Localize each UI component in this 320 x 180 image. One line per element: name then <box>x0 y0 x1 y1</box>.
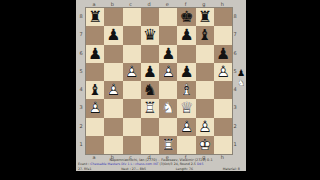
square-f8: ♚ <box>177 8 195 26</box>
file-label-g: g <box>195 1 213 7</box>
file-label-f: f <box>176 1 194 7</box>
black-player-name: Fedoseev, Vladimir (2720) <box>161 158 206 162</box>
rank-label-8: 8 <box>78 7 84 25</box>
square-d4: ♞ <box>141 81 159 99</box>
next-move: Next : 27... Bb5 <box>121 167 146 171</box>
square-b5 <box>104 63 122 81</box>
white-queen: ♕ <box>177 99 195 117</box>
square-h8 <box>214 8 232 26</box>
square-d6 <box>141 45 159 63</box>
square-e6: ♟ <box>159 45 177 63</box>
square-c8 <box>123 8 141 26</box>
chess-board: ♜♚♜♟♛♟♝♟♟♟♟♙♟♟♙♟♟♙♝♟♙♞♝♗♟♙♜♖♞♘♛♕♟♙♟♙♜♖♚♔ <box>85 7 233 155</box>
black-knight: ♞ <box>141 81 159 99</box>
square-a6: ♟ <box>86 45 104 63</box>
square-f4: ♝♗ <box>177 81 195 99</box>
square-d8 <box>141 8 159 26</box>
square-h5: ♟♙ <box>214 63 232 81</box>
square-h7 <box>214 26 232 44</box>
event-date: (3)Oct/3 24, Round 2.5 <box>158 162 196 166</box>
white-pawn: ♙ <box>177 118 195 136</box>
black-pawn: ♟ <box>104 26 122 44</box>
square-c4 <box>123 81 141 99</box>
square-f2: ♟♙ <box>177 118 195 136</box>
game-result: 0-1 <box>206 158 213 162</box>
material-tray: ♟♞♘ <box>235 68 247 88</box>
square-g4 <box>196 81 214 99</box>
square-f6 <box>177 45 195 63</box>
square-f3: ♛♕ <box>177 99 195 117</box>
material-balance: Material: B <box>223 167 240 171</box>
rank-label-3: 3 <box>78 98 84 116</box>
square-h6: ♟ <box>214 45 232 63</box>
white-rook: ♖ <box>159 136 177 154</box>
black-pawn: ♟ <box>141 63 159 81</box>
eco-code: D45 <box>197 162 204 166</box>
square-e3: ♞♘ <box>159 99 177 117</box>
square-e7 <box>159 26 177 44</box>
square-e2 <box>159 118 177 136</box>
square-b6 <box>104 45 122 63</box>
square-b7: ♟ <box>104 26 122 44</box>
file-label-a: a <box>85 1 103 7</box>
white-knight: ♘ <box>159 99 177 117</box>
square-d1 <box>141 136 159 154</box>
white-player-name: Nepomniachtchi, Ian (2770) <box>109 158 156 162</box>
event-link: Chessable Masters Div 1 L : chess.com IN… <box>90 162 158 166</box>
square-f7: ♟ <box>177 26 195 44</box>
black-rook: ♜ <box>196 8 214 26</box>
white-knight-icon: ♞♘ <box>236 78 246 88</box>
black-pawn-icon: ♟ <box>236 68 246 78</box>
square-c2 <box>123 118 141 136</box>
square-b8 <box>104 8 122 26</box>
players-line: Nepomniachtchi, Ian (2770) -- Fedoseev, … <box>76 158 246 162</box>
rank-labels-left: 87654321 <box>78 7 84 153</box>
square-a1 <box>86 136 104 154</box>
file-label-h: h <box>213 1 231 7</box>
square-g7: ♝ <box>196 26 214 44</box>
square-a8: ♜ <box>86 8 104 26</box>
black-pawn: ♟ <box>86 45 104 63</box>
square-b4: ♟♙ <box>104 81 122 99</box>
square-d7: ♛ <box>141 26 159 44</box>
square-d5: ♟ <box>141 63 159 81</box>
square-b2 <box>104 118 122 136</box>
square-a4: ♝ <box>86 81 104 99</box>
square-g1: ♚♔ <box>196 136 214 154</box>
rank-label-1: 1 <box>78 135 84 153</box>
black-pawn: ♟ <box>214 45 232 63</box>
black-king: ♚ <box>177 8 195 26</box>
square-h3 <box>214 99 232 117</box>
square-d3: ♜♖ <box>141 99 159 117</box>
white-king: ♔ <box>196 136 214 154</box>
square-h1 <box>214 136 232 154</box>
square-b3 <box>104 99 122 117</box>
file-label-b: b <box>103 1 121 7</box>
square-c7 <box>123 26 141 44</box>
square-a7 <box>86 26 104 44</box>
file-labels-top: abcdefgh <box>85 1 231 7</box>
square-f5: ♟ <box>177 63 195 81</box>
square-g6 <box>196 45 214 63</box>
black-pawn: ♟ <box>177 63 195 81</box>
status-line: 27. Rfe1 Next : 27... Bb5 Length: 76 Mat… <box>76 167 246 171</box>
rank-label-4: 4 <box>78 80 84 98</box>
square-g2: ♟♙ <box>196 118 214 136</box>
caption-block: Nepomniachtchi, Ian (2770) -- Fedoseev, … <box>76 158 246 172</box>
black-pawn: ♟ <box>159 45 177 63</box>
square-a3: ♟♙ <box>86 99 104 117</box>
square-g3 <box>196 99 214 117</box>
square-g5 <box>196 63 214 81</box>
square-f1 <box>177 136 195 154</box>
square-b1 <box>104 136 122 154</box>
game-length: Length: 76 <box>176 167 193 171</box>
square-e4 <box>159 81 177 99</box>
square-c5: ♟♙ <box>123 63 141 81</box>
file-label-c: c <box>122 1 140 7</box>
event-label: Event : <box>78 162 90 166</box>
white-bishop: ♗ <box>177 81 195 99</box>
event-line: Event : Chessable Masters Div 1 L : ches… <box>76 162 246 166</box>
square-c6 <box>123 45 141 63</box>
file-label-e: e <box>158 1 176 7</box>
white-pawn: ♙ <box>214 63 232 81</box>
black-bishop: ♝ <box>196 26 214 44</box>
square-c1 <box>123 136 141 154</box>
thumbnail-stage: abcdefgh abcdefgh 87654321 87654321 ♜♚♜♟… <box>0 0 320 180</box>
rank-label-2: 2 <box>78 117 84 135</box>
black-rook: ♜ <box>86 8 104 26</box>
square-e5: ♟♙ <box>159 63 177 81</box>
square-a5 <box>86 63 104 81</box>
black-pawn: ♟ <box>177 26 195 44</box>
current-move: 27. Rfe1 <box>78 167 91 171</box>
black-bishop: ♝ <box>86 81 104 99</box>
square-e1: ♜♖ <box>159 136 177 154</box>
rank-label-5: 5 <box>78 62 84 80</box>
rank-label-7: 7 <box>78 25 84 43</box>
file-label-d: d <box>140 1 158 7</box>
white-pawn: ♙ <box>123 63 141 81</box>
square-d2 <box>141 118 159 136</box>
square-c3 <box>123 99 141 117</box>
square-e8 <box>159 8 177 26</box>
rank-label-6: 6 <box>78 44 84 62</box>
white-pawn: ♙ <box>159 63 177 81</box>
square-g8: ♜ <box>196 8 214 26</box>
square-h2 <box>214 118 232 136</box>
white-pawn: ♙ <box>86 99 104 117</box>
white-rook: ♖ <box>141 99 159 117</box>
white-pawn: ♙ <box>196 118 214 136</box>
white-pawn: ♙ <box>104 81 122 99</box>
square-h4 <box>214 81 232 99</box>
black-queen: ♛ <box>141 26 159 44</box>
square-a2 <box>86 118 104 136</box>
